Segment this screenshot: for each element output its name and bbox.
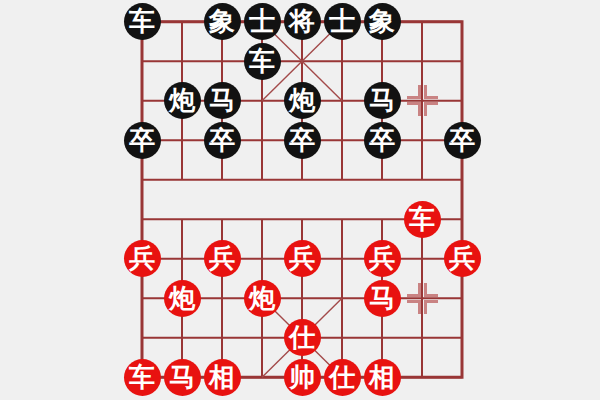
black-soldier[interactable]: 卒 — [204, 122, 241, 159]
red-general[interactable]: 帅 — [284, 359, 321, 396]
marker-corner-bl — [407, 102, 421, 116]
black-general[interactable]: 将 — [284, 3, 321, 40]
black-chariot[interactable]: 车 — [244, 43, 281, 80]
red-soldier[interactable]: 兵 — [284, 240, 321, 277]
marker-corner-bl — [407, 300, 421, 314]
black-elephant[interactable]: 象 — [364, 3, 401, 40]
board-cells[interactable]: 车象士将士象车炮马炮马卒卒卒卒卒车兵兵兵兵兵炮炮马仕车马相帅仕相 — [122, 2, 482, 397]
red-horse[interactable]: 马 — [364, 280, 401, 317]
black-cannon[interactable]: 炮 — [284, 82, 321, 119]
red-cannon[interactable]: 炮 — [164, 280, 201, 317]
red-chariot[interactable]: 车 — [124, 359, 161, 396]
black-soldier[interactable]: 卒 — [284, 122, 321, 159]
red-chariot[interactable]: 车 — [404, 201, 441, 238]
black-horse[interactable]: 马 — [204, 82, 241, 119]
black-soldier[interactable]: 卒 — [364, 122, 401, 159]
xiangqi-board[interactable]: 车象士将士象车炮马炮马卒卒卒卒卒车兵兵兵兵兵炮炮马仕车马相帅仕相 — [122, 2, 482, 397]
red-elephant[interactable]: 相 — [204, 359, 241, 396]
red-advisor[interactable]: 仕 — [284, 319, 321, 356]
marker-corner-tl — [407, 283, 421, 297]
last-move-from-marker — [407, 85, 438, 116]
red-soldier[interactable]: 兵 — [124, 240, 161, 277]
black-chariot[interactable]: 车 — [124, 3, 161, 40]
black-soldier[interactable]: 卒 — [124, 122, 161, 159]
black-cannon[interactable]: 炮 — [164, 82, 201, 119]
black-soldier[interactable]: 卒 — [444, 122, 481, 159]
red-soldier[interactable]: 兵 — [444, 240, 481, 277]
red-soldier[interactable]: 兵 — [204, 240, 241, 277]
last-move-from-marker — [407, 283, 438, 314]
marker-corner-tr — [424, 85, 438, 99]
marker-corner-tl — [407, 85, 421, 99]
black-elephant[interactable]: 象 — [204, 3, 241, 40]
black-advisor[interactable]: 士 — [244, 3, 281, 40]
black-horse[interactable]: 马 — [364, 82, 401, 119]
red-horse[interactable]: 马 — [164, 359, 201, 396]
black-advisor[interactable]: 士 — [324, 3, 361, 40]
red-elephant[interactable]: 相 — [364, 359, 401, 396]
xiangqi-board-screen: 车象士将士象车炮马炮马卒卒卒卒卒车兵兵兵兵兵炮炮马仕车马相帅仕相 — [0, 0, 600, 400]
red-cannon[interactable]: 炮 — [244, 280, 281, 317]
marker-corner-br — [424, 102, 438, 116]
marker-corner-tr — [424, 283, 438, 297]
marker-corner-br — [424, 300, 438, 314]
red-soldier[interactable]: 兵 — [364, 240, 401, 277]
red-advisor[interactable]: 仕 — [324, 359, 361, 396]
